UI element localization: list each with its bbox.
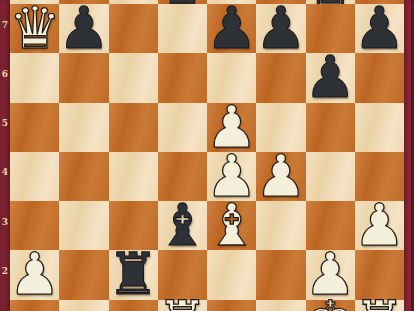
square-h3[interactable]: ♟ <box>355 201 404 250</box>
rank-label-4: 4 <box>0 167 10 177</box>
square-b4[interactable] <box>59 152 108 201</box>
piece-black-pawn-g6[interactable]: ♟ <box>304 53 356 102</box>
piece-white-pawn-h3[interactable]: ♟ <box>353 201 405 250</box>
board-border-right <box>404 0 414 311</box>
square-b2[interactable] <box>59 250 108 299</box>
piece-black-rook-c2[interactable]: ♜ <box>107 250 159 299</box>
square-b5[interactable] <box>59 103 108 152</box>
square-c1[interactable] <box>109 300 158 311</box>
square-b1[interactable] <box>59 300 108 311</box>
square-d3[interactable]: ♝ <box>158 201 207 250</box>
square-c4[interactable] <box>109 152 158 201</box>
board-border-left <box>0 0 10 311</box>
square-b3[interactable] <box>59 201 108 250</box>
square-h6[interactable] <box>355 53 404 102</box>
rank-label-3: 3 <box>0 217 10 227</box>
square-h7[interactable]: ♟ <box>355 4 404 53</box>
square-d6[interactable] <box>158 53 207 102</box>
piece-black-pawn-b7[interactable]: ♟ <box>58 4 110 53</box>
square-d1[interactable]: ♜ <box>158 300 207 311</box>
square-h1[interactable]: ♜ <box>355 300 404 311</box>
piece-black-pawn-h7[interactable]: ♟ <box>353 4 405 53</box>
square-c5[interactable] <box>109 103 158 152</box>
square-f6[interactable] <box>256 53 305 102</box>
square-g1[interactable]: ♚ <box>306 300 355 311</box>
square-a7[interactable]: ♛ <box>10 4 59 53</box>
chess-board-viewport: ♛♚♛♟♟♟♟♟♟♟♟♝♝♟♟♜♟♜♚♜ 765432 <box>0 0 414 311</box>
square-e2[interactable] <box>207 250 256 299</box>
square-d5[interactable] <box>158 103 207 152</box>
square-f4[interactable]: ♟ <box>256 152 305 201</box>
square-c6[interactable] <box>109 53 158 102</box>
square-f3[interactable] <box>256 201 305 250</box>
rank-label-2: 2 <box>0 266 10 276</box>
piece-white-rook-d1[interactable]: ♜ <box>156 298 208 311</box>
rank-label-7: 7 <box>0 20 10 30</box>
square-f1[interactable] <box>256 300 305 311</box>
square-f2[interactable] <box>256 250 305 299</box>
piece-white-bishop-e3[interactable]: ♝ <box>206 201 258 250</box>
square-a2[interactable]: ♟ <box>10 250 59 299</box>
square-b6[interactable] <box>59 53 108 102</box>
square-e1[interactable] <box>207 300 256 311</box>
square-c2[interactable]: ♜ <box>109 250 158 299</box>
rank-label-6: 6 <box>0 69 10 79</box>
square-a6[interactable] <box>10 53 59 102</box>
square-d7[interactable] <box>158 4 207 53</box>
square-g4[interactable] <box>306 152 355 201</box>
piece-white-king-g1[interactable]: ♚ <box>304 298 356 311</box>
square-a1[interactable] <box>10 300 59 311</box>
square-h5[interactable] <box>355 103 404 152</box>
chess-board: ♛♚♛♟♟♟♟♟♟♟♟♝♝♟♟♜♟♜♚♜ <box>10 0 404 311</box>
square-e3[interactable]: ♝ <box>207 201 256 250</box>
piece-white-pawn-a2[interactable]: ♟ <box>9 250 61 299</box>
square-e7[interactable]: ♟ <box>207 4 256 53</box>
square-a5[interactable] <box>10 103 59 152</box>
square-b7[interactable]: ♟ <box>59 4 108 53</box>
piece-white-pawn-f4[interactable]: ♟ <box>255 152 307 201</box>
piece-black-pawn-f7[interactable]: ♟ <box>255 4 307 53</box>
piece-white-rook-h1[interactable]: ♜ <box>353 298 405 311</box>
piece-black-bishop-d3[interactable]: ♝ <box>156 201 208 250</box>
piece-black-pawn-e7[interactable]: ♟ <box>206 4 258 53</box>
square-g6[interactable]: ♟ <box>306 53 355 102</box>
square-f7[interactable]: ♟ <box>256 4 305 53</box>
piece-white-queen-a7[interactable]: ♛ <box>9 4 61 53</box>
square-c7[interactable] <box>109 4 158 53</box>
rank-label-5: 5 <box>0 118 10 128</box>
square-a4[interactable] <box>10 152 59 201</box>
square-g5[interactable] <box>306 103 355 152</box>
